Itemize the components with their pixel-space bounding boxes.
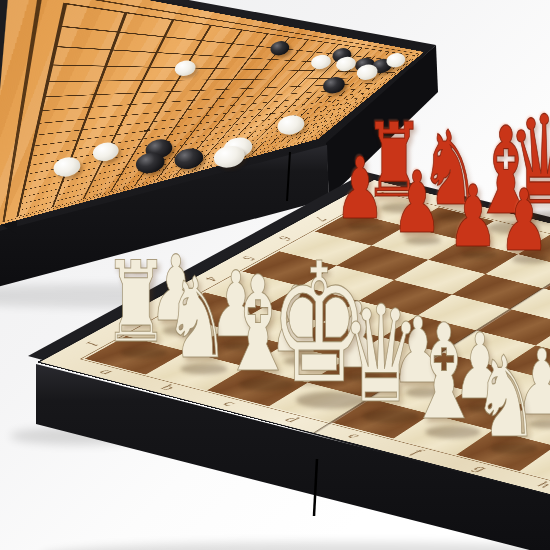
- file-label-f: f: [409, 448, 425, 457]
- file-label-g: g: [470, 464, 489, 474]
- file-label-b: b: [157, 383, 177, 392]
- product-photo-scene: MADE IN KOREA abcdefgh12345678 ♜♞♝♛♟♟♟♟♟…: [0, 0, 550, 550]
- rank-label-3: 3: [161, 296, 184, 303]
- rank-label-7: 7: [310, 216, 331, 223]
- rank-label-6: 6: [274, 235, 296, 242]
- rank-label-1: 1: [81, 340, 105, 348]
- file-label-c: c: [220, 399, 239, 408]
- rank-label-5: 5: [238, 255, 260, 262]
- file-label-a: a: [96, 367, 117, 376]
- file-label-d: d: [281, 415, 301, 424]
- rank-label-8: 8: [344, 197, 365, 204]
- chess-box-shadow-bottom: [40, 542, 550, 550]
- rank-label-2: 2: [122, 318, 145, 326]
- file-label-h: h: [534, 480, 550, 490]
- file-label-e: e: [344, 431, 363, 440]
- rank-label-4: 4: [200, 275, 222, 282]
